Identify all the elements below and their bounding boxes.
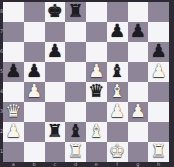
- square-c8[interactable]: ♚: [45, 2, 66, 22]
- square-g7[interactable]: ♟: [128, 22, 149, 42]
- black-pawn-c6[interactable]: ♟: [47, 42, 63, 61]
- square-e4[interactable]: ♛: [86, 82, 107, 102]
- square-d4[interactable]: [65, 82, 86, 102]
- square-g5[interactable]: [128, 62, 149, 82]
- rank-label-6: 6: [0, 49, 3, 54]
- square-b4[interactable]: ♟: [24, 82, 45, 102]
- square-c6[interactable]: ♟: [45, 42, 66, 62]
- black-king-c8[interactable]: ♚: [47, 2, 63, 21]
- chess-board: ♚♜♟♟♟♟♟♟♟♝♟♟♛♝♛♟♟♟♜♝♝♜♚♜: [3, 2, 169, 162]
- file-label-a: a: [3, 162, 24, 167]
- square-b3[interactable]: [24, 102, 45, 122]
- file-label-b: b: [24, 162, 45, 167]
- square-d7[interactable]: [65, 22, 86, 42]
- square-c3[interactable]: [45, 102, 66, 122]
- square-e6[interactable]: [86, 42, 107, 62]
- square-b2[interactable]: [24, 122, 45, 142]
- white-pawn-b4[interactable]: ♟: [26, 82, 42, 101]
- square-c2[interactable]: ♜: [45, 122, 66, 142]
- square-a1[interactable]: [3, 142, 24, 162]
- square-c4[interactable]: [45, 82, 66, 102]
- square-d6[interactable]: [65, 42, 86, 62]
- black-pawn-a5[interactable]: ♟: [5, 62, 21, 81]
- black-pawn-h6[interactable]: ♟: [151, 42, 167, 61]
- white-pawn-f3[interactable]: ♟: [109, 102, 125, 121]
- square-b8[interactable]: [24, 2, 45, 22]
- square-e8[interactable]: [86, 2, 107, 22]
- rank-label-1: 1: [0, 149, 3, 154]
- rank-label-7: 7: [0, 29, 3, 34]
- white-king-f1[interactable]: ♚: [109, 142, 125, 161]
- square-c1[interactable]: [45, 142, 66, 162]
- square-a4[interactable]: [3, 82, 24, 102]
- square-e7[interactable]: [86, 22, 107, 42]
- square-a3[interactable]: ♛: [3, 102, 24, 122]
- file-label-c: c: [45, 162, 66, 167]
- square-f2[interactable]: [107, 122, 128, 142]
- square-g6[interactable]: [128, 42, 149, 62]
- file-label-e: e: [86, 162, 107, 167]
- square-f5[interactable]: ♝: [107, 62, 128, 82]
- square-d1[interactable]: ♜: [65, 142, 86, 162]
- black-pawn-b5[interactable]: ♟: [26, 62, 42, 81]
- square-f4[interactable]: ♝: [107, 82, 128, 102]
- square-h7[interactable]: [148, 22, 169, 42]
- white-pawn-h5[interactable]: ♟: [151, 62, 167, 81]
- file-label-f: f: [107, 162, 128, 167]
- white-pawn-a2[interactable]: ♟: [5, 122, 21, 141]
- square-g4[interactable]: [128, 82, 149, 102]
- square-h8[interactable]: [148, 2, 169, 22]
- square-b5[interactable]: ♟: [24, 62, 45, 82]
- square-h5[interactable]: ♟: [148, 62, 169, 82]
- white-rook-h1[interactable]: ♜: [151, 142, 167, 161]
- square-f7[interactable]: ♟: [107, 22, 128, 42]
- square-g2[interactable]: [128, 122, 149, 142]
- square-h2[interactable]: [148, 122, 169, 142]
- square-c5[interactable]: [45, 62, 66, 82]
- file-label-d: d: [65, 162, 86, 167]
- square-d8[interactable]: ♜: [65, 2, 86, 22]
- square-e5[interactable]: ♟: [86, 62, 107, 82]
- white-pawn-g3[interactable]: ♟: [130, 102, 146, 121]
- square-b6[interactable]: [24, 42, 45, 62]
- square-h4[interactable]: [148, 82, 169, 102]
- square-a2[interactable]: ♟: [3, 122, 24, 142]
- rank-label-3: 3: [0, 109, 3, 114]
- rank-label-8: 8: [0, 9, 3, 14]
- black-queen-e4[interactable]: ♛: [88, 82, 104, 101]
- square-b1[interactable]: [24, 142, 45, 162]
- square-f6[interactable]: [107, 42, 128, 62]
- rank-label-4: 4: [0, 89, 3, 94]
- square-f3[interactable]: ♟: [107, 102, 128, 122]
- square-f1[interactable]: ♚: [107, 142, 128, 162]
- square-a6[interactable]: [3, 42, 24, 62]
- file-label-h: h: [148, 162, 169, 167]
- square-f8[interactable]: [107, 2, 128, 22]
- square-e2[interactable]: ♝: [86, 122, 107, 142]
- white-bishop-f4[interactable]: ♝: [109, 82, 125, 101]
- square-e1[interactable]: [86, 142, 107, 162]
- black-bishop-d2[interactable]: ♝: [68, 122, 84, 141]
- rank-label-5: 5: [0, 69, 3, 74]
- black-pawn-f7[interactable]: ♟: [109, 22, 125, 41]
- rank-label-2: 2: [0, 129, 3, 134]
- square-h3[interactable]: [148, 102, 169, 122]
- square-e3[interactable]: [86, 102, 107, 122]
- white-rook-d1[interactable]: ♜: [68, 142, 84, 161]
- square-h6[interactable]: ♟: [148, 42, 169, 62]
- square-a5[interactable]: ♟: [3, 62, 24, 82]
- square-g3[interactable]: ♟: [128, 102, 149, 122]
- square-h1[interactable]: ♜: [148, 142, 169, 162]
- black-rook-d8[interactable]: ♜: [68, 2, 84, 21]
- square-b7[interactable]: [24, 22, 45, 42]
- square-a7[interactable]: [3, 22, 24, 42]
- black-pawn-g7[interactable]: ♟: [130, 22, 146, 41]
- square-g8[interactable]: [128, 2, 149, 22]
- square-d2[interactable]: ♝: [65, 122, 86, 142]
- white-pawn-e5[interactable]: ♟: [88, 62, 104, 81]
- black-rook-c2[interactable]: ♜: [47, 122, 63, 141]
- square-d3[interactable]: [65, 102, 86, 122]
- white-bishop-e2[interactable]: ♝: [88, 122, 104, 141]
- file-label-g: g: [128, 162, 149, 167]
- square-d5[interactable]: [65, 62, 86, 82]
- square-g1[interactable]: [128, 142, 149, 162]
- square-a8[interactable]: [3, 2, 24, 22]
- white-queen-a3[interactable]: ♛: [5, 102, 21, 121]
- black-bishop-f5[interactable]: ♝: [109, 62, 125, 81]
- square-c7[interactable]: [45, 22, 66, 42]
